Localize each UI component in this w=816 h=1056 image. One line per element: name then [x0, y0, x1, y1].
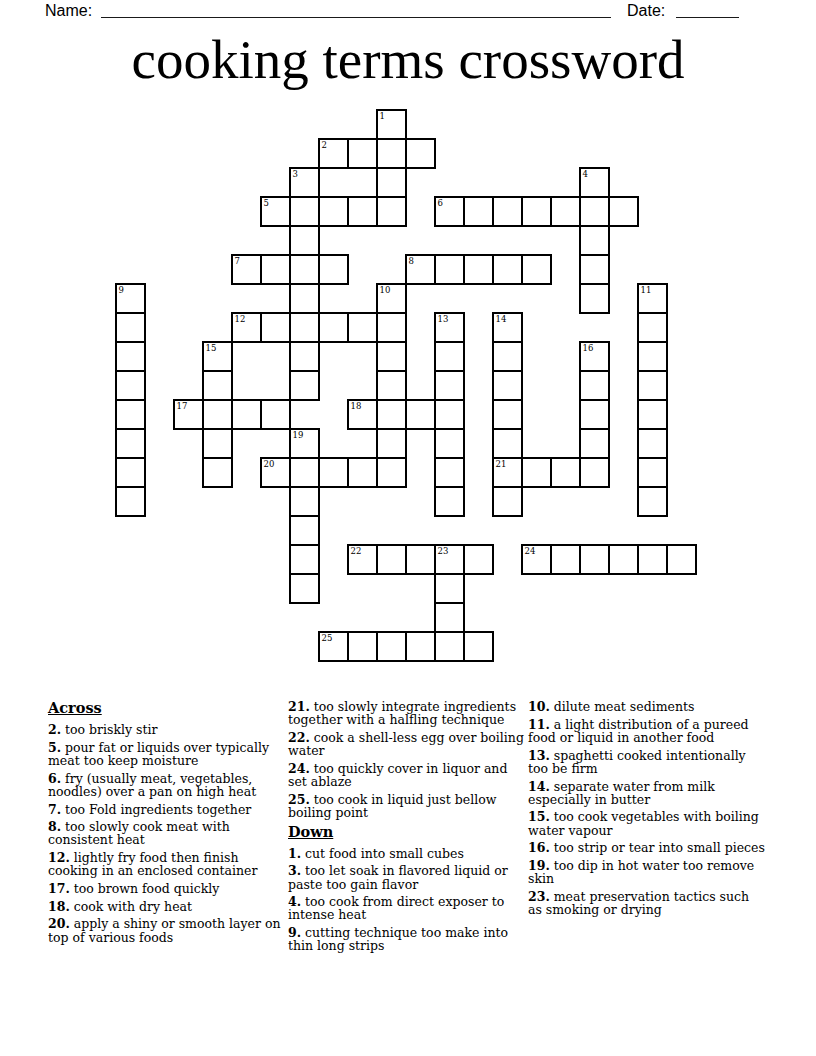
grid-cell-14-3[interactable] [522, 197, 551, 226]
across-clues-part2: 21. too slowly integrate ingredients tog… [288, 700, 526, 819]
cell-number-2: 2 [322, 141, 327, 150]
clue-across-5: 5. pour fat or liquids over typically me… [48, 741, 286, 767]
clue-number: 7. [48, 802, 61, 817]
cell-number-4: 4 [583, 170, 588, 179]
name-input-line[interactable] [101, 2, 611, 18]
grid-cell-8-1[interactable] [348, 139, 377, 168]
clue-down-16: 16. too strip or tear into small pieces [528, 841, 766, 854]
grid-cell-11-18[interactable] [435, 632, 464, 661]
grid-cell-6-7[interactable] [290, 313, 319, 342]
grid-cell-14-5[interactable] [522, 255, 551, 284]
grid-cell-6-15[interactable] [290, 545, 319, 574]
clue-number: 8. [48, 819, 61, 834]
grid-cell-6-6[interactable] [290, 284, 319, 313]
cell-number-25: 25 [322, 634, 333, 643]
grid-cell-13-13[interactable] [493, 487, 522, 516]
clue-down-1: 1. cut food into small cubes [288, 847, 526, 860]
grid-cell-8-18[interactable] [348, 632, 377, 661]
cell-number-5: 5 [264, 199, 269, 208]
clue-number: 14. [528, 779, 550, 794]
clue-number: 9. [288, 925, 301, 940]
cell-number-11: 11 [641, 286, 652, 295]
grid-cell-10-1[interactable] [406, 139, 435, 168]
grid-cell-6-16[interactable] [290, 574, 319, 603]
grid-cell-9-12[interactable] [377, 458, 406, 487]
grid-cell-13-3[interactable] [493, 197, 522, 226]
grid-cell-13-5[interactable] [493, 255, 522, 284]
grid-cell-13-10[interactable] [493, 400, 522, 429]
grid-cell-18-13[interactable] [638, 487, 667, 516]
cell-number-22: 22 [351, 547, 362, 556]
grid-cell-19-15[interactable] [667, 545, 696, 574]
grid-cell-7-7[interactable] [319, 313, 348, 342]
name-label: Name: [45, 2, 92, 20]
clue-number: 3. [288, 863, 301, 878]
grid-cell-0-9[interactable] [116, 371, 145, 400]
grid-cell-16-12[interactable] [580, 458, 609, 487]
clues-column-1: Across 2. too briskly stir5. pour fat or… [48, 700, 286, 948]
clue-number: 23. [528, 889, 550, 904]
grid-cell-16-3[interactable] [580, 197, 609, 226]
clue-across-7: 7. too Fold ingredients together [48, 803, 286, 816]
grid-cell-9-11[interactable] [377, 429, 406, 458]
grid-cell-7-12[interactable] [319, 458, 348, 487]
grid-cell-7-3[interactable] [319, 197, 348, 226]
grid-cell-16-9[interactable] [580, 371, 609, 400]
cell-number-3: 3 [293, 170, 298, 179]
grid-cell-4-10[interactable] [232, 400, 261, 429]
grid-cell-6-4[interactable] [290, 226, 319, 255]
grid-cell-5-10[interactable] [261, 400, 290, 429]
across-header: Across [48, 700, 286, 716]
cell-number-24: 24 [525, 547, 536, 556]
grid-cell-14-12[interactable] [522, 458, 551, 487]
grid-cell-12-18[interactable] [464, 632, 493, 661]
clue-number: 20. [48, 916, 70, 931]
across-clues-part1: 2. too briskly stir5. pour fat or liquid… [48, 723, 286, 944]
cell-number-6: 6 [438, 199, 443, 208]
grid-cell-11-13[interactable] [435, 487, 464, 516]
cell-number-13: 13 [438, 315, 449, 324]
grid-cell-0-7[interactable] [116, 313, 145, 342]
grid-cell-10-10[interactable] [406, 400, 435, 429]
down-clues-part1: 1. cut food into small cubes3. too let s… [288, 847, 526, 953]
clue-number: 5. [48, 740, 61, 755]
grid-cell-8-7[interactable] [348, 313, 377, 342]
clue-down-13: 13. spaghetti cooked intentionally too b… [528, 749, 766, 775]
clue-down-3: 3. too let soak in flavored liquid or pa… [288, 864, 526, 890]
clue-down-14: 14. separate water from milk especially … [528, 780, 766, 806]
date-input-line[interactable] [676, 2, 739, 18]
cell-number-20: 20 [264, 460, 275, 469]
grid-cell-9-9[interactable] [377, 371, 406, 400]
clue-down-9: 9. cutting technique too make into thin … [288, 926, 526, 952]
clue-across-24: 24. too quickly cover in liquor and set … [288, 762, 526, 788]
clue-down-19: 19. too dip in hot water too remove skin [528, 859, 766, 885]
grid-cell-17-15[interactable] [609, 545, 638, 574]
cell-number-9: 9 [119, 286, 124, 295]
grid-cell-16-4[interactable] [580, 226, 609, 255]
grid-cell-11-17[interactable] [435, 603, 464, 632]
clue-across-17: 17. too brown food quickly [48, 882, 286, 895]
clue-number: 13. [528, 748, 550, 763]
clue-number: 19. [528, 858, 550, 873]
grid-cell-11-8[interactable] [435, 342, 464, 371]
grid-cell-0-13[interactable] [116, 487, 145, 516]
grid-cell-8-3[interactable] [348, 197, 377, 226]
clue-number: 15. [528, 809, 550, 824]
grid-cell-9-1[interactable] [377, 139, 406, 168]
grid-cell-9-10[interactable] [377, 400, 406, 429]
clue-number: 6. [48, 771, 61, 786]
grid-cell-0-8[interactable] [116, 342, 145, 371]
grid-cell-13-9[interactable] [493, 371, 522, 400]
grid-cell-9-18[interactable] [377, 632, 406, 661]
clue-down-10: 10. dilute meat sediments [528, 700, 766, 713]
grid-cell-16-15[interactable] [580, 545, 609, 574]
grid-cell-18-11[interactable] [638, 429, 667, 458]
grid-cell-6-13[interactable] [290, 487, 319, 516]
grid-cell-16-10[interactable] [580, 400, 609, 429]
cell-number-1: 1 [380, 112, 385, 121]
cell-number-16: 16 [583, 344, 594, 353]
grid-cell-7-5[interactable] [319, 255, 348, 284]
clue-number: 18. [48, 899, 70, 914]
grid-cell-18-12[interactable] [638, 458, 667, 487]
clue-number: 11. [528, 717, 550, 732]
clue-number: 24. [288, 761, 310, 776]
cell-number-8: 8 [409, 257, 414, 266]
crossword-grid: 1234567891011121314151617181920212223242… [116, 110, 697, 662]
clue-number: 12. [48, 850, 70, 865]
grid-cell-11-12[interactable] [435, 458, 464, 487]
cell-number-18: 18 [351, 402, 362, 411]
grid-cell-12-15[interactable] [464, 545, 493, 574]
grid-cell-3-11[interactable] [203, 429, 232, 458]
grid-cell-6-5[interactable] [290, 255, 319, 284]
clue-down-11: 11. a light distribution of a pureed foo… [528, 718, 766, 744]
grid-cell-9-8[interactable] [377, 342, 406, 371]
grid-cell-16-6[interactable] [580, 284, 609, 313]
cell-number-12: 12 [235, 315, 246, 324]
grid-cell-6-8[interactable] [290, 342, 319, 371]
clue-across-20: 20. apply a shiny or smooth layer on top… [48, 917, 286, 943]
grid-cell-13-8[interactable] [493, 342, 522, 371]
down-header: Down [288, 824, 526, 840]
grid-cell-10-18[interactable] [406, 632, 435, 661]
grid-cell-5-7[interactable] [261, 313, 290, 342]
grid-cell-18-9[interactable] [638, 371, 667, 400]
cell-number-21: 21 [496, 460, 507, 469]
clue-number: 10. [528, 699, 550, 714]
clue-number: 17. [48, 881, 70, 896]
down-clues-part2: 10. dilute meat sediments11. a light dis… [528, 700, 766, 916]
clue-across-2: 2. too briskly stir [48, 723, 286, 736]
grid-cell-15-12[interactable] [551, 458, 580, 487]
grid-cell-9-3[interactable] [377, 197, 406, 226]
grid-cell-15-15[interactable] [551, 545, 580, 574]
cell-number-15: 15 [206, 344, 217, 353]
clue-down-23: 23. meat preservation tactics such as sm… [528, 890, 766, 916]
grid-cell-0-12[interactable] [116, 458, 145, 487]
grid-cell-16-5[interactable] [580, 255, 609, 284]
grid-cell-6-9[interactable] [290, 371, 319, 400]
clues-column-2: 21. too slowly integrate ingredients tog… [288, 700, 526, 957]
grid-cell-0-10[interactable] [116, 400, 145, 429]
clue-across-18: 18. cook with dry heat [48, 900, 286, 913]
grid-cell-15-3[interactable] [551, 197, 580, 226]
cell-number-7: 7 [235, 257, 240, 266]
grid-cell-18-15[interactable] [638, 545, 667, 574]
clue-number: 1. [288, 846, 301, 861]
grid-cell-13-11[interactable] [493, 429, 522, 458]
grid-cell-9-7[interactable] [377, 313, 406, 342]
clue-down-15: 15. too cook vegetables with boiling wat… [528, 810, 766, 836]
grid-cell-18-7[interactable] [638, 313, 667, 342]
grid-cell-6-12[interactable] [290, 458, 319, 487]
page-title: cooking terms crossword [0, 30, 816, 90]
grid-cell-0-11[interactable] [116, 429, 145, 458]
grid-cell-11-10[interactable] [435, 400, 464, 429]
grid-cell-5-5[interactable] [261, 255, 290, 284]
grid-cell-12-3[interactable] [464, 197, 493, 226]
grid-cell-18-8[interactable] [638, 342, 667, 371]
grid-cell-11-11[interactable] [435, 429, 464, 458]
clue-across-6: 6. fry (usually meat, vegetables, noodle… [48, 772, 286, 798]
clue-across-12: 12. lightly fry food then finish cooking… [48, 851, 286, 877]
grid-cell-12-5[interactable] [464, 255, 493, 284]
grid-cell-11-5[interactable] [435, 255, 464, 284]
grid-cell-6-3[interactable] [290, 197, 319, 226]
clue-number: 16. [528, 840, 550, 855]
grid-cell-16-11[interactable] [580, 429, 609, 458]
clue-number: 21. [288, 699, 310, 714]
clue-across-21: 21. too slowly integrate ingredients tog… [288, 700, 526, 726]
grid-cell-8-12[interactable] [348, 458, 377, 487]
grid-cell-6-14[interactable] [290, 516, 319, 545]
grid-cell-10-15[interactable] [406, 545, 435, 574]
grid-cell-11-16[interactable] [435, 574, 464, 603]
cell-number-19: 19 [293, 431, 304, 440]
clue-number: 22. [288, 730, 310, 745]
clue-down-4: 4. too cook from direct exposer to inten… [288, 895, 526, 921]
grid-cell-9-2[interactable] [377, 168, 406, 197]
grid-cell-3-12[interactable] [203, 458, 232, 487]
grid-cell-9-15[interactable] [377, 545, 406, 574]
clue-across-8: 8. too slowly cook meat with consistent … [48, 820, 286, 846]
cell-number-17: 17 [177, 402, 188, 411]
cell-number-10: 10 [380, 286, 391, 295]
clues-column-3: 10. dilute meat sediments11. a light dis… [528, 700, 766, 921]
clue-number: 25. [288, 792, 310, 807]
clue-across-22: 22. cook a shell-less egg over boiling w… [288, 731, 526, 757]
grid-cell-17-3[interactable] [609, 197, 638, 226]
cell-number-23: 23 [438, 547, 449, 556]
grid-cell-3-9[interactable] [203, 371, 232, 400]
grid-cell-11-9[interactable] [435, 371, 464, 400]
date-label: Date: [627, 2, 665, 20]
clue-number: 2. [48, 722, 61, 737]
grid-cell-18-10[interactable] [638, 400, 667, 429]
grid-cell-3-10[interactable] [203, 400, 232, 429]
clue-across-25: 25. too cook in liquid just bellow boili… [288, 793, 526, 819]
cell-number-14: 14 [496, 315, 507, 324]
clue-number: 4. [288, 894, 301, 909]
